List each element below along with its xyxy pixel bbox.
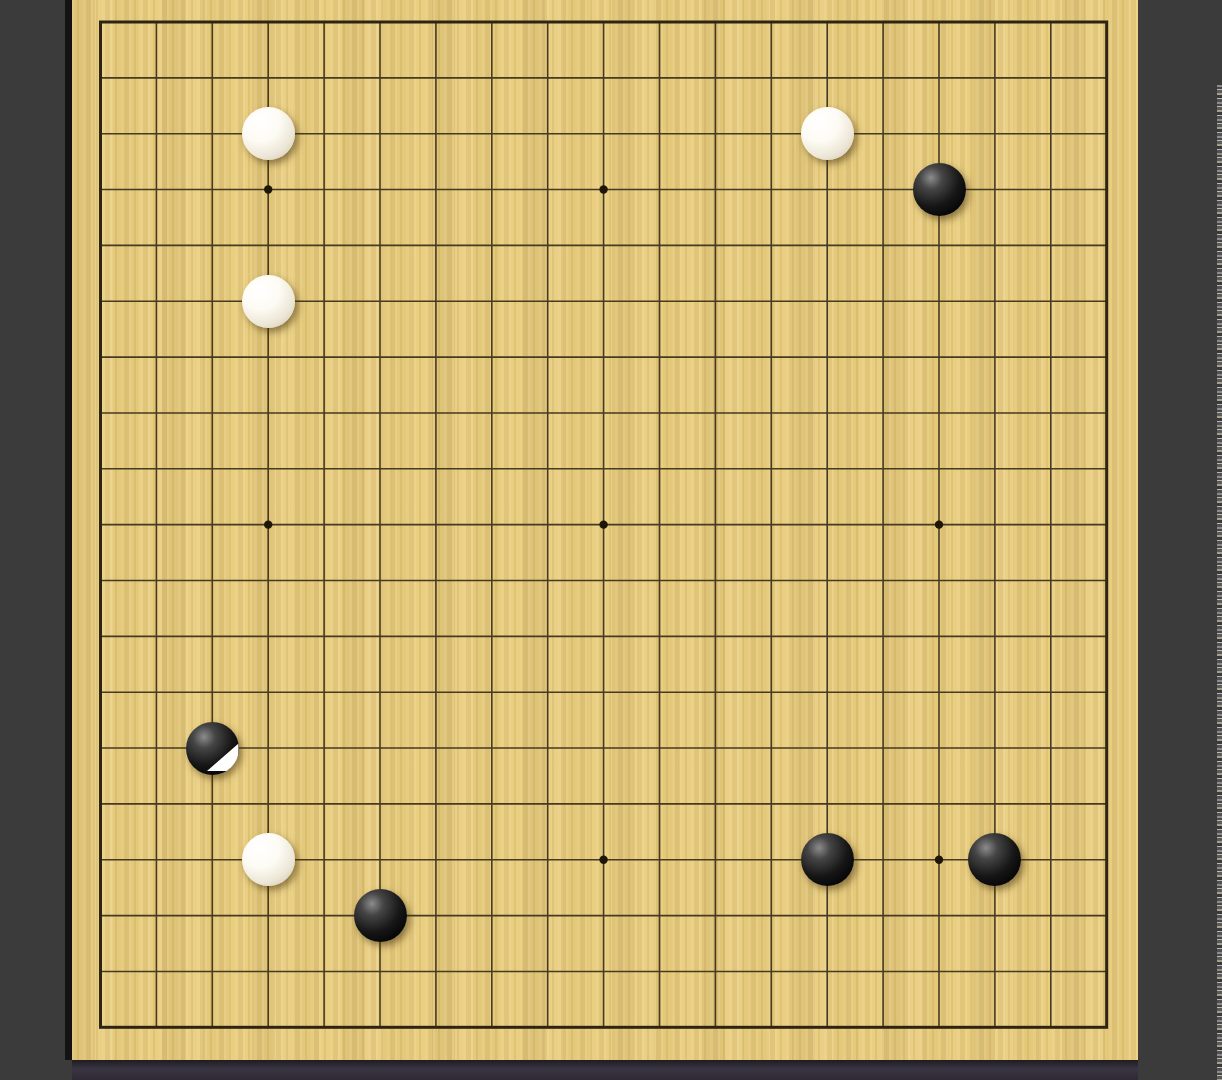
star-point-K16 — [599, 185, 607, 193]
star-point-K10 — [599, 520, 607, 528]
video-noise-strip — [1217, 85, 1222, 1080]
stone-white-D4[interactable] — [242, 833, 295, 886]
stone-black-C6[interactable] — [186, 722, 239, 775]
stone-white-O17[interactable] — [801, 107, 854, 160]
screenshot-root — [0, 0, 1222, 1080]
stone-black-F3[interactable] — [354, 889, 407, 942]
go-grid — [72, 0, 1138, 1060]
star-point-D10 — [264, 520, 272, 528]
star-point-Q4 — [935, 856, 943, 864]
star-point-Q10 — [935, 520, 943, 528]
stone-black-Q16[interactable] — [913, 163, 966, 216]
last-move-triangle-marker — [186, 722, 239, 775]
stone-white-D17[interactable] — [242, 107, 295, 160]
board-bottom-edge-shadow — [72, 1060, 1138, 1080]
star-point-K4 — [599, 856, 607, 864]
go-board[interactable] — [72, 0, 1138, 1060]
stone-white-D14[interactable] — [242, 275, 295, 328]
star-point-D16 — [264, 185, 272, 193]
board-left-edge-shadow — [65, 0, 72, 1060]
stone-black-O4[interactable] — [801, 833, 854, 886]
